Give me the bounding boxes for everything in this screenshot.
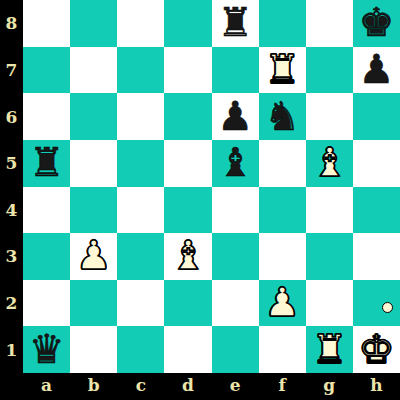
square-g8[interactable]: [306, 0, 353, 47]
square-b8[interactable]: [70, 0, 117, 47]
square-a5[interactable]: ♜: [23, 140, 70, 187]
file-label-e: e: [212, 373, 259, 400]
black-queen[interactable]: ♛: [29, 329, 65, 369]
square-a2[interactable]: [23, 280, 70, 327]
square-a3[interactable]: [23, 233, 70, 280]
square-d5[interactable]: [164, 140, 211, 187]
square-e7[interactable]: [212, 47, 259, 94]
white-rook[interactable]: ♜: [264, 49, 300, 89]
file-label-b: b: [70, 373, 117, 400]
rank-label-1: 1: [0, 326, 23, 373]
chess-board: ♜♚♜♟♟♞♜♝♝♟♝♟♛♜♚: [23, 0, 400, 373]
square-d1[interactable]: [164, 326, 211, 373]
chess-diagram: ♜♚♜♟♟♞♜♝♝♟♝♟♛♜♚ 87654321 abcdefgh: [0, 0, 400, 400]
square-c3[interactable]: [117, 233, 164, 280]
square-b2[interactable]: [70, 280, 117, 327]
black-rook[interactable]: ♜: [217, 2, 253, 42]
square-b3[interactable]: ♟: [70, 233, 117, 280]
file-label-h: h: [353, 373, 400, 400]
square-e8[interactable]: ♜: [212, 0, 259, 47]
square-g5[interactable]: ♝: [306, 140, 353, 187]
square-a6[interactable]: [23, 93, 70, 140]
rank-label-2: 2: [0, 280, 23, 327]
black-pawn[interactable]: ♟: [217, 96, 253, 136]
square-g4[interactable]: [306, 187, 353, 234]
square-f4[interactable]: [259, 187, 306, 234]
square-f3[interactable]: [259, 233, 306, 280]
black-knight[interactable]: ♞: [264, 96, 300, 136]
square-g3[interactable]: [306, 233, 353, 280]
square-f5[interactable]: [259, 140, 306, 187]
square-c5[interactable]: [117, 140, 164, 187]
square-g1[interactable]: ♜: [306, 326, 353, 373]
square-e6[interactable]: ♟: [212, 93, 259, 140]
square-g6[interactable]: [306, 93, 353, 140]
square-e1[interactable]: [212, 326, 259, 373]
black-rook[interactable]: ♜: [29, 142, 65, 182]
square-e3[interactable]: [212, 233, 259, 280]
black-king[interactable]: ♚: [359, 2, 395, 42]
square-c7[interactable]: [117, 47, 164, 94]
rank-label-3: 3: [0, 233, 23, 280]
square-a8[interactable]: [23, 0, 70, 47]
square-c4[interactable]: [117, 187, 164, 234]
square-e5[interactable]: ♝: [212, 140, 259, 187]
square-b1[interactable]: [70, 326, 117, 373]
rank-label-4: 4: [0, 187, 23, 234]
square-d3[interactable]: ♝: [164, 233, 211, 280]
square-h3[interactable]: [353, 233, 400, 280]
side-to-move-indicator: [382, 302, 393, 313]
file-label-d: d: [164, 373, 211, 400]
square-a7[interactable]: [23, 47, 70, 94]
square-b5[interactable]: [70, 140, 117, 187]
square-f1[interactable]: [259, 326, 306, 373]
rank-label-5: 5: [0, 140, 23, 187]
square-d8[interactable]: [164, 0, 211, 47]
white-bishop[interactable]: ♝: [170, 235, 206, 275]
square-h4[interactable]: [353, 187, 400, 234]
square-g7[interactable]: [306, 47, 353, 94]
square-b6[interactable]: [70, 93, 117, 140]
white-pawn[interactable]: ♟: [76, 235, 112, 275]
square-c8[interactable]: [117, 0, 164, 47]
file-label-g: g: [306, 373, 353, 400]
file-label-c: c: [117, 373, 164, 400]
square-h6[interactable]: [353, 93, 400, 140]
square-f2[interactable]: ♟: [259, 280, 306, 327]
square-d4[interactable]: [164, 187, 211, 234]
square-d2[interactable]: [164, 280, 211, 327]
white-king[interactable]: ♚: [359, 329, 395, 369]
square-h7[interactable]: ♟: [353, 47, 400, 94]
square-h2[interactable]: [353, 280, 400, 327]
black-bishop[interactable]: ♝: [217, 142, 253, 182]
file-label-a: a: [23, 373, 70, 400]
white-bishop[interactable]: ♝: [311, 142, 347, 182]
square-f8[interactable]: [259, 0, 306, 47]
square-d6[interactable]: [164, 93, 211, 140]
square-c2[interactable]: [117, 280, 164, 327]
square-h1[interactable]: ♚: [353, 326, 400, 373]
square-b7[interactable]: [70, 47, 117, 94]
square-c6[interactable]: [117, 93, 164, 140]
white-rook[interactable]: ♜: [311, 329, 347, 369]
square-a1[interactable]: ♛: [23, 326, 70, 373]
square-e2[interactable]: [212, 280, 259, 327]
rank-label-8: 8: [0, 0, 23, 47]
square-f7[interactable]: ♜: [259, 47, 306, 94]
square-h8[interactable]: ♚: [353, 0, 400, 47]
square-a4[interactable]: [23, 187, 70, 234]
square-g2[interactable]: [306, 280, 353, 327]
square-c1[interactable]: [117, 326, 164, 373]
square-f6[interactable]: ♞: [259, 93, 306, 140]
rank-label-7: 7: [0, 47, 23, 94]
black-pawn[interactable]: ♟: [359, 49, 395, 89]
square-b4[interactable]: [70, 187, 117, 234]
file-labels: abcdefgh: [23, 373, 400, 400]
square-h5[interactable]: [353, 140, 400, 187]
white-pawn[interactable]: ♟: [264, 282, 300, 322]
file-label-f: f: [259, 373, 306, 400]
rank-labels: 87654321: [0, 0, 23, 373]
rank-label-6: 6: [0, 93, 23, 140]
square-d7[interactable]: [164, 47, 211, 94]
square-e4[interactable]: [212, 187, 259, 234]
